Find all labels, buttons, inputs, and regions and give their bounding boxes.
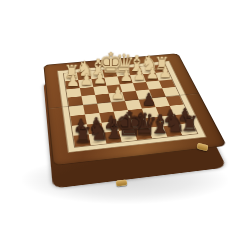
- square-g4: [81, 95, 97, 105]
- piece-white-pawn: ♟: [101, 86, 135, 102]
- brass-clasp-front: [116, 179, 128, 186]
- square-h8: ♜: [73, 134, 90, 147]
- square-h2: ♟: [65, 80, 80, 89]
- piece-black-rook: ♜: [64, 125, 102, 146]
- piece-white-pawn: ♟: [57, 73, 90, 88]
- product-photo: ♜♞♝♚♛♝♞♜♟♟♟♟♟♟♟♟♟♟♟♟♟♟♟♟♜♞♝♚♛♝♞♜: [0, 0, 250, 250]
- board-border: ♜♞♝♚♛♝♞♜♟♟♟♟♟♟♟♟♟♟♟♟♟♟♟♟♜♞♝♚♛♝♞♜: [57, 61, 207, 153]
- square-e4: ♟: [109, 92, 125, 102]
